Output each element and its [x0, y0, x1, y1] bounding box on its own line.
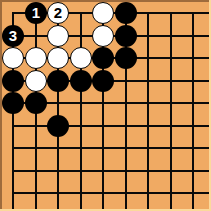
grid-line-horizontal [12, 170, 211, 172]
black-stone [115, 2, 137, 24]
black-stone [2, 70, 24, 92]
black-stone [70, 70, 92, 92]
grid-line-horizontal [12, 125, 211, 127]
black-stone [115, 47, 137, 69]
white-stone [2, 47, 24, 69]
cut-edge-bottom [0, 209, 211, 211]
grid-line-vertical [147, 12, 149, 211]
white-stone [47, 47, 69, 69]
go-diagram: 123 [0, 0, 211, 211]
black-stone [2, 92, 24, 114]
grid-line-vertical [170, 12, 172, 211]
black-stone [47, 115, 69, 137]
move-number-label: 3 [9, 28, 17, 43]
white-stone [92, 2, 114, 24]
move-number-label: 2 [54, 5, 62, 20]
board-left-border [0, 0, 2, 211]
white-stone [47, 25, 69, 47]
white-stone [70, 47, 92, 69]
go-board: 123 [0, 0, 211, 211]
board-top-border [0, 0, 211, 2]
grid-line-vertical [192, 12, 194, 211]
black-stone [25, 92, 47, 114]
grid-line-horizontal [12, 192, 211, 194]
black-stone [92, 47, 114, 69]
white-stone [92, 25, 114, 47]
cut-edge-right [209, 0, 211, 211]
black-stone: 1 [25, 2, 47, 24]
grid-line-vertical [80, 12, 82, 211]
black-stone [47, 70, 69, 92]
black-stone [92, 70, 114, 92]
move-number-label: 1 [32, 5, 40, 20]
white-stone: 2 [47, 2, 69, 24]
white-stone [25, 70, 47, 92]
grid-line-horizontal [12, 147, 211, 149]
black-stone [115, 25, 137, 47]
white-stone [25, 47, 47, 69]
black-stone: 3 [2, 25, 24, 47]
